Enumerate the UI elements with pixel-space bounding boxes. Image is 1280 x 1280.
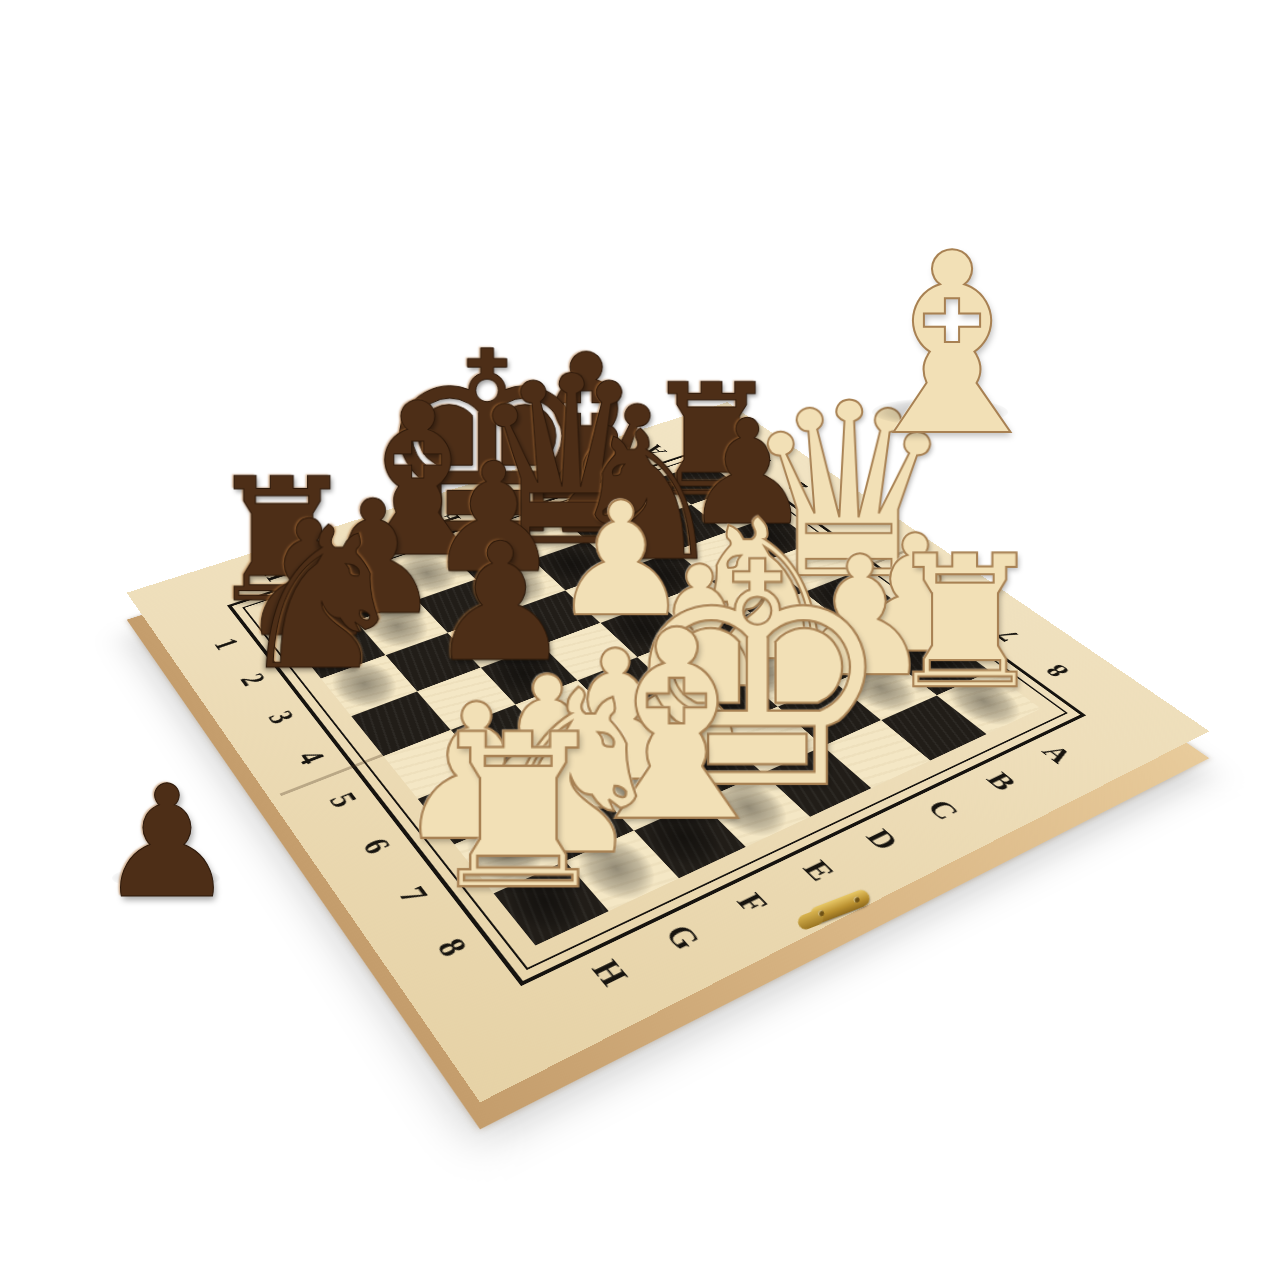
file-label-left-H: H	[248, 558, 302, 590]
rank-label-bottom-6: 6	[343, 822, 411, 871]
file-label-left-A: A	[630, 438, 680, 463]
file-label-right-H: H	[572, 944, 649, 1002]
rank-label-top-2: 2	[771, 473, 824, 500]
rank-label-bottom-2: 2	[223, 661, 282, 699]
rank-label-bottom-7: 7	[378, 869, 449, 921]
file-label-left-D: D	[477, 486, 529, 514]
file-label-right-D: D	[846, 816, 918, 865]
rank-label-bottom-8: 8	[416, 920, 490, 976]
offboard-dark-pawn-icon: ♟	[67, 765, 267, 920]
rank-label-bottom-5: 5	[310, 778, 376, 824]
file-label-right-F: F	[715, 877, 789, 930]
chess-board: 11AA22BB33CC44DD55EE66FF77GG88HH♚♛♜♜♝♞♞♟…	[127, 402, 1210, 1102]
rank-label-bottom-1: 1	[197, 626, 255, 662]
file-label-left-G: G	[309, 539, 363, 570]
file-label-left-E: E	[423, 503, 476, 532]
rank-label-top-8: 8	[1026, 652, 1090, 689]
rank-label-top-5: 5	[888, 556, 946, 588]
file-label-right-A: A	[1023, 733, 1092, 776]
rank-label-top-7: 7	[977, 618, 1039, 653]
file-label-right-C: C	[908, 787, 979, 833]
file-label-left-C: C	[530, 469, 582, 496]
file-label-right-B: B	[967, 759, 1037, 804]
rank-label-top-1: 1	[736, 449, 788, 475]
product-photo-chess-set: { "game": "chess", "scene_description": …	[0, 0, 1280, 1280]
file-label-left-F: F	[367, 521, 420, 551]
file-label-right-G: G	[645, 910, 720, 966]
rank-label-top-6: 6	[931, 586, 991, 619]
offboard-light-bishop-icon: ♝	[840, 221, 1040, 471]
rank-label-bottom-3: 3	[250, 698, 311, 738]
rank-label-top-3: 3	[808, 499, 863, 527]
rank-label-top-4: 4	[847, 527, 903, 557]
file-label-left-B: B	[581, 453, 632, 479]
